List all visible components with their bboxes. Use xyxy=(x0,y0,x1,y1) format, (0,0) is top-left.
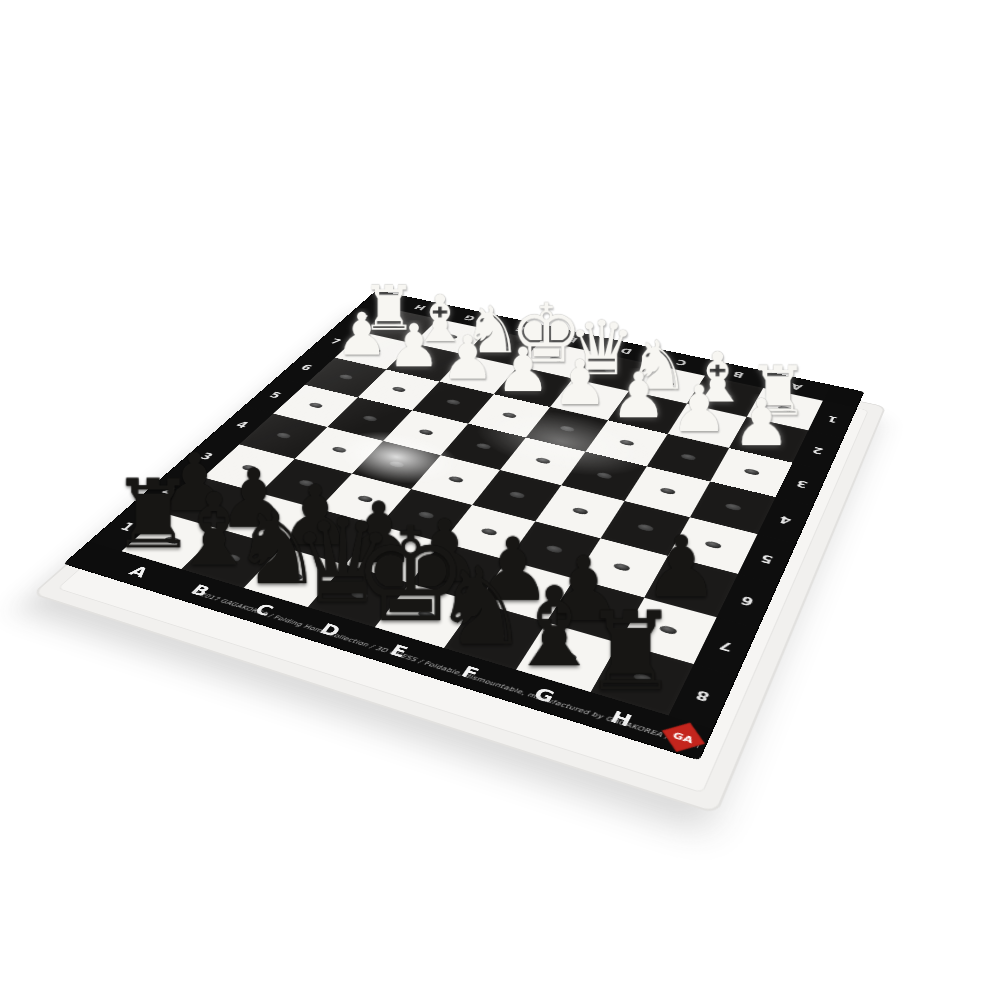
peg-hole xyxy=(535,457,552,465)
peg-hole xyxy=(418,429,435,436)
peg-hole xyxy=(445,399,461,406)
peg-hole xyxy=(391,386,407,393)
black-rook-h1[interactable]: ♜ xyxy=(582,602,679,702)
peg-hole xyxy=(362,415,379,422)
peg-hole xyxy=(619,439,636,447)
white-pawn-c7[interactable]: ♟ xyxy=(441,331,495,386)
peg-hole xyxy=(659,487,677,495)
peg-hole xyxy=(508,491,526,499)
white-pawn-h7[interactable]: ♟ xyxy=(732,394,790,454)
peg-hole xyxy=(743,468,760,476)
peg-hole xyxy=(338,374,354,381)
white-pawn-b7[interactable]: ♟ xyxy=(387,320,440,375)
white-pawn-a7[interactable]: ♟ xyxy=(335,309,387,363)
peg-hole xyxy=(308,402,324,409)
peg-hole xyxy=(724,503,742,512)
white-pawn-d7[interactable]: ♟ xyxy=(496,343,551,399)
peg-hole xyxy=(501,412,517,419)
peg-hole xyxy=(571,507,589,516)
product-photo: HGFEDCBA8♜♝♞♚♛♞♝♜17♟♟♟♟♟♟♟♟26354453♟62♟♟… xyxy=(0,0,1000,1000)
peg-hole xyxy=(596,472,613,480)
white-pawn-g7[interactable]: ♟ xyxy=(670,381,727,440)
board-3d-wrapper: HGFEDCBA8♜♝♞♚♛♞♝♜17♟♟♟♟♟♟♟♟26354453♟62♟♟… xyxy=(65,291,864,760)
peg-hole xyxy=(559,425,576,432)
white-pawn-e7[interactable]: ♟ xyxy=(552,355,608,412)
peg-hole xyxy=(388,460,405,468)
peg-hole xyxy=(331,446,348,454)
square-h1[interactable]: ♜ xyxy=(591,643,694,716)
peg-hole xyxy=(680,453,697,461)
peg-hole xyxy=(475,442,492,450)
peg-hole xyxy=(275,432,292,439)
white-pawn-f7[interactable]: ♟ xyxy=(610,368,666,426)
peg-hole xyxy=(447,475,465,483)
